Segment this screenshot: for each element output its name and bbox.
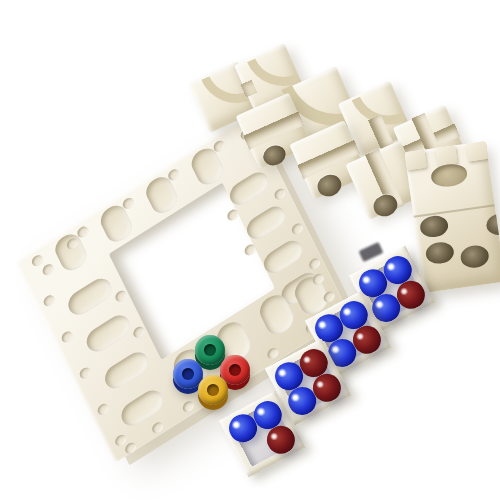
disc-hole bbox=[182, 368, 194, 380]
tunnel-hole bbox=[459, 244, 490, 269]
crenellation-post bbox=[466, 141, 488, 162]
dimple bbox=[132, 325, 147, 340]
marble-pocket bbox=[83, 311, 134, 357]
channel-hole-f bbox=[315, 171, 345, 199]
tunnel-hole bbox=[425, 240, 456, 265]
disc-hole bbox=[204, 344, 216, 356]
top-dent bbox=[430, 162, 469, 188]
channel-hole-f bbox=[260, 142, 289, 169]
marble-pocket bbox=[260, 236, 305, 277]
dimple bbox=[273, 187, 288, 202]
crenellation-post bbox=[405, 150, 427, 171]
dimple bbox=[114, 288, 129, 303]
dimple bbox=[266, 346, 281, 361]
marble-pocket bbox=[101, 348, 152, 394]
dimple bbox=[60, 329, 75, 344]
disc-yellow[interactable] bbox=[198, 375, 228, 405]
dimple bbox=[150, 420, 165, 435]
dimple bbox=[30, 253, 45, 268]
dimple bbox=[181, 399, 196, 414]
dimple bbox=[42, 293, 57, 308]
disc-hole bbox=[207, 384, 219, 396]
disc-green[interactable] bbox=[195, 335, 225, 365]
crenellation-post bbox=[435, 145, 457, 166]
marble-pocket bbox=[64, 274, 115, 320]
dimple bbox=[307, 256, 322, 271]
dimple bbox=[96, 402, 111, 417]
dimple bbox=[124, 441, 139, 456]
dimple bbox=[290, 221, 305, 236]
tunnel-hole bbox=[419, 214, 450, 239]
disc-hole bbox=[229, 364, 241, 376]
marble-pocket bbox=[243, 202, 288, 243]
block-tower[interactable] bbox=[405, 141, 500, 293]
tunnel-hole bbox=[485, 212, 500, 237]
dimple bbox=[78, 366, 93, 381]
cube-seam bbox=[413, 204, 494, 217]
dimple bbox=[41, 262, 56, 277]
scene bbox=[0, 0, 500, 500]
marble-pocket bbox=[226, 168, 271, 209]
